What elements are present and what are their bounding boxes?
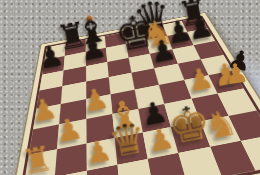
board-grid: ♜♝♛♜♟♟♚♞♟♟♟♟♟♟♟♟♝♟♜♟♛♟♚♞ <box>15 16 260 175</box>
photo-scene: ♜♝♛♜♟♟♚♞♟♟♟♟♟♟♟♟♝♟♜♟♛♟♚♞ ♟ ♟ <box>0 0 260 175</box>
chess-board: ♜♝♛♜♟♟♚♞♟♟♟♟♟♟♟♟♝♟♜♟♛♟♚♞ <box>3 12 260 175</box>
board-border: ♜♝♛♜♟♟♚♞♟♟♟♟♟♟♟♟♝♟♜♟♛♟♚♞ <box>4 12 260 175</box>
square-a2[interactable]: ♜ <box>24 148 57 175</box>
captured-white-pawn[interactable]: ♟ <box>222 58 250 88</box>
square-b2[interactable] <box>55 143 86 175</box>
square-b3[interactable]: ♟ <box>57 119 85 148</box>
piece-black-pawn[interactable]: ♟ <box>34 40 66 74</box>
piece-white-rook[interactable]: ♜ <box>18 142 55 175</box>
piece-black-pawn[interactable]: ♟ <box>77 31 109 65</box>
piece-black-pawn[interactable]: ♟ <box>147 34 178 67</box>
piece-white-knight[interactable]: ♞ <box>202 104 240 145</box>
square-f6[interactable]: ♟ <box>150 49 177 68</box>
piece-black-pawn[interactable]: ♟ <box>185 11 217 45</box>
piece-white-pawn[interactable]: ♟ <box>53 112 85 147</box>
